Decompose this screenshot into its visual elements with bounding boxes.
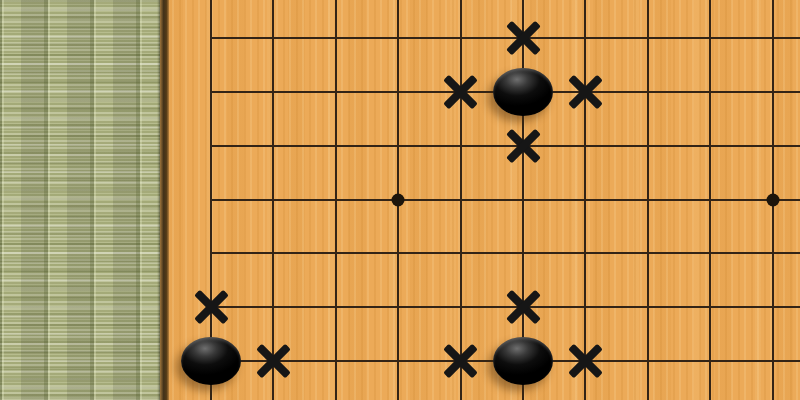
liberty-marker-x[interactable] <box>567 343 603 379</box>
liberty-marker-x[interactable] <box>567 74 603 110</box>
liberty-marker-x[interactable] <box>505 128 541 164</box>
liberty-marker-x[interactable] <box>193 289 229 325</box>
black-stone[interactable] <box>181 337 241 385</box>
grid-line-horizontal <box>210 252 800 254</box>
liberty-marker-x[interactable] <box>443 74 479 110</box>
grid-line-horizontal <box>210 199 800 201</box>
star-point-hoshi <box>392 193 405 206</box>
tatami-mat <box>0 0 160 400</box>
star-point-hoshi <box>766 193 779 206</box>
liberty-marker-x[interactable] <box>505 289 541 325</box>
liberty-marker-x[interactable] <box>443 343 479 379</box>
go-lesson-screenshot <box>0 0 800 400</box>
board-edge-shadow <box>157 0 169 400</box>
liberty-marker-x[interactable] <box>255 343 291 379</box>
liberty-marker-x[interactable] <box>505 20 541 56</box>
black-stone[interactable] <box>493 68 553 116</box>
black-stone[interactable] <box>493 337 553 385</box>
